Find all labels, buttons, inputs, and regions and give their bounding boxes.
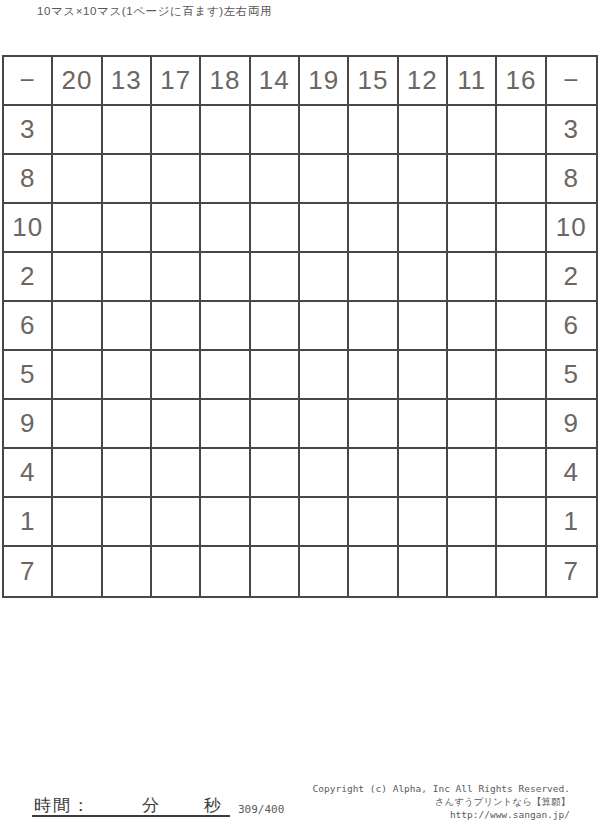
answer-cell[interactable] [251,302,300,351]
row-label-right: 10 [547,204,596,253]
answer-cell[interactable] [399,155,448,204]
answer-cell[interactable] [448,106,497,155]
answer-cell[interactable] [201,498,250,547]
answer-cell[interactable] [349,449,398,498]
answer-cell[interactable] [103,547,152,596]
answer-cell[interactable] [201,351,250,400]
answer-cell[interactable] [300,106,349,155]
answer-cell[interactable] [251,155,300,204]
answer-cell[interactable] [201,106,250,155]
answer-cell[interactable] [53,204,102,253]
answer-cell[interactable] [53,498,102,547]
row-label-right: 5 [547,351,596,400]
calc-grid: −20131718141915121116−338810102266559944… [2,55,598,598]
answer-cell[interactable] [497,106,546,155]
answer-cell[interactable] [251,498,300,547]
top-operand-cell: 18 [201,57,250,106]
answer-cell[interactable] [399,253,448,302]
row-label-right: 8 [547,155,596,204]
answer-cell[interactable] [448,204,497,253]
row-label-right: 1 [547,498,596,547]
answer-cell[interactable] [103,204,152,253]
answer-cell[interactable] [497,449,546,498]
answer-cell[interactable] [497,498,546,547]
operator-cell: − [4,57,53,106]
top-operand-cell: 11 [448,57,497,106]
answer-cell[interactable] [103,106,152,155]
answer-cell[interactable] [201,155,250,204]
answer-cell[interactable] [448,253,497,302]
worksheet-title: 10マス×10マス(1ページに百ます)左右両用 [37,4,272,19]
answer-cell[interactable] [152,155,201,204]
row-label-right: 2 [547,253,596,302]
answer-cell[interactable] [152,400,201,449]
answer-cell[interactable] [349,253,398,302]
answer-cell[interactable] [448,302,497,351]
answer-cell[interactable] [251,351,300,400]
seconds-label: 秒 [204,794,221,817]
top-operand-cell: 15 [349,57,398,106]
answer-cell[interactable] [251,106,300,155]
answer-cell[interactable] [349,547,398,596]
top-operand-cell: 16 [497,57,546,106]
answer-cell[interactable] [300,253,349,302]
answer-cell[interactable] [53,253,102,302]
top-operand-cell: 13 [103,57,152,106]
answer-cell[interactable] [53,106,102,155]
answer-cell[interactable] [103,351,152,400]
answer-cell[interactable] [103,498,152,547]
operator-cell: − [547,57,596,106]
answer-cell[interactable] [300,400,349,449]
worksheet-page: 10マス×10マス(1ページに百ます)左右両用 −201317181419151… [0,0,600,825]
answer-cell[interactable] [201,253,250,302]
top-operand-cell: 20 [53,57,102,106]
answer-cell[interactable] [349,498,398,547]
answer-cell[interactable] [152,204,201,253]
answer-cell[interactable] [152,498,201,547]
answer-cell[interactable] [497,400,546,449]
answer-cell[interactable] [103,253,152,302]
answer-cell[interactable] [152,106,201,155]
row-label-left: 10 [4,204,53,253]
row-label-left: 3 [4,106,53,155]
answer-cell[interactable] [399,204,448,253]
answer-cell[interactable] [152,351,201,400]
row-label-right: 4 [547,449,596,498]
copyright-line-1: Copyright (c) Alpha, Inc All Rights Rese… [313,783,570,796]
top-operand-cell: 12 [399,57,448,106]
answer-cell[interactable] [251,204,300,253]
answer-cell[interactable] [349,204,398,253]
row-label-left: 7 [4,547,53,596]
row-label-left: 6 [4,302,53,351]
row-label-right: 7 [547,547,596,596]
answer-cell[interactable] [103,449,152,498]
answer-cell[interactable] [53,351,102,400]
row-label-left: 2 [4,253,53,302]
answer-cell[interactable] [399,400,448,449]
answer-cell[interactable] [53,155,102,204]
answer-cell[interactable] [251,253,300,302]
answer-cell[interactable] [448,547,497,596]
answer-cell[interactable] [53,400,102,449]
copyright-line-3: http://www.sangan.jp/ [313,809,570,822]
page-number: 309/400 [238,803,284,816]
row-label-left: 8 [4,155,53,204]
answer-cell[interactable] [497,302,546,351]
answer-cell[interactable] [201,400,250,449]
row-label-right: 9 [547,400,596,449]
answer-cell[interactable] [448,155,497,204]
answer-cell[interactable] [497,547,546,596]
top-operand-cell: 19 [300,57,349,106]
copyright-block: Copyright (c) Alpha, Inc All Rights Rese… [313,783,570,821]
answer-cell[interactable] [448,351,497,400]
answer-cell[interactable] [448,400,497,449]
copyright-line-2: さんすうプリントなら【算願】 [313,796,570,809]
row-label-left: 5 [4,351,53,400]
answer-cell[interactable] [152,302,201,351]
answer-cell[interactable] [300,204,349,253]
answer-cell[interactable] [300,547,349,596]
time-label: 時間： [34,794,91,817]
answer-cell[interactable] [497,155,546,204]
answer-cell[interactable] [152,449,201,498]
answer-cell[interactable] [349,400,398,449]
answer-cell[interactable] [53,449,102,498]
row-label-left: 1 [4,498,53,547]
answer-cell[interactable] [103,155,152,204]
answer-cell[interactable] [251,449,300,498]
answer-cell[interactable] [448,449,497,498]
answer-cell[interactable] [349,106,398,155]
answer-cell[interactable] [399,547,448,596]
answer-cell[interactable] [300,351,349,400]
answer-cell[interactable] [399,498,448,547]
row-label-left: 4 [4,449,53,498]
answer-cell[interactable] [152,547,201,596]
row-label-right: 6 [547,302,596,351]
answer-cell[interactable] [349,351,398,400]
answer-cell[interactable] [399,106,448,155]
answer-cell[interactable] [349,155,398,204]
time-entry-line: 時間： 分 秒 [32,794,230,817]
answer-cell[interactable] [201,204,250,253]
answer-cell[interactable] [300,449,349,498]
answer-cell[interactable] [103,302,152,351]
answer-cell[interactable] [152,253,201,302]
answer-cell[interactable] [399,351,448,400]
answer-cell[interactable] [448,498,497,547]
row-label-right: 3 [547,106,596,155]
answer-cell[interactable] [497,351,546,400]
row-label-left: 9 [4,400,53,449]
answer-cell[interactable] [103,400,152,449]
answer-cell[interactable] [399,302,448,351]
answer-cell[interactable] [300,302,349,351]
answer-cell[interactable] [399,449,448,498]
answer-cell[interactable] [300,498,349,547]
answer-cell[interactable] [251,400,300,449]
answer-cell[interactable] [349,302,398,351]
top-operand-cell: 14 [251,57,300,106]
answer-cell[interactable] [201,449,250,498]
answer-cell[interactable] [201,547,250,596]
answer-cell[interactable] [201,302,250,351]
answer-cell[interactable] [53,547,102,596]
answer-cell[interactable] [497,204,546,253]
answer-cell[interactable] [497,253,546,302]
top-operand-cell: 17 [152,57,201,106]
minutes-label: 分 [142,794,159,817]
answer-cell[interactable] [300,155,349,204]
answer-cell[interactable] [251,547,300,596]
answer-cell[interactable] [53,302,102,351]
